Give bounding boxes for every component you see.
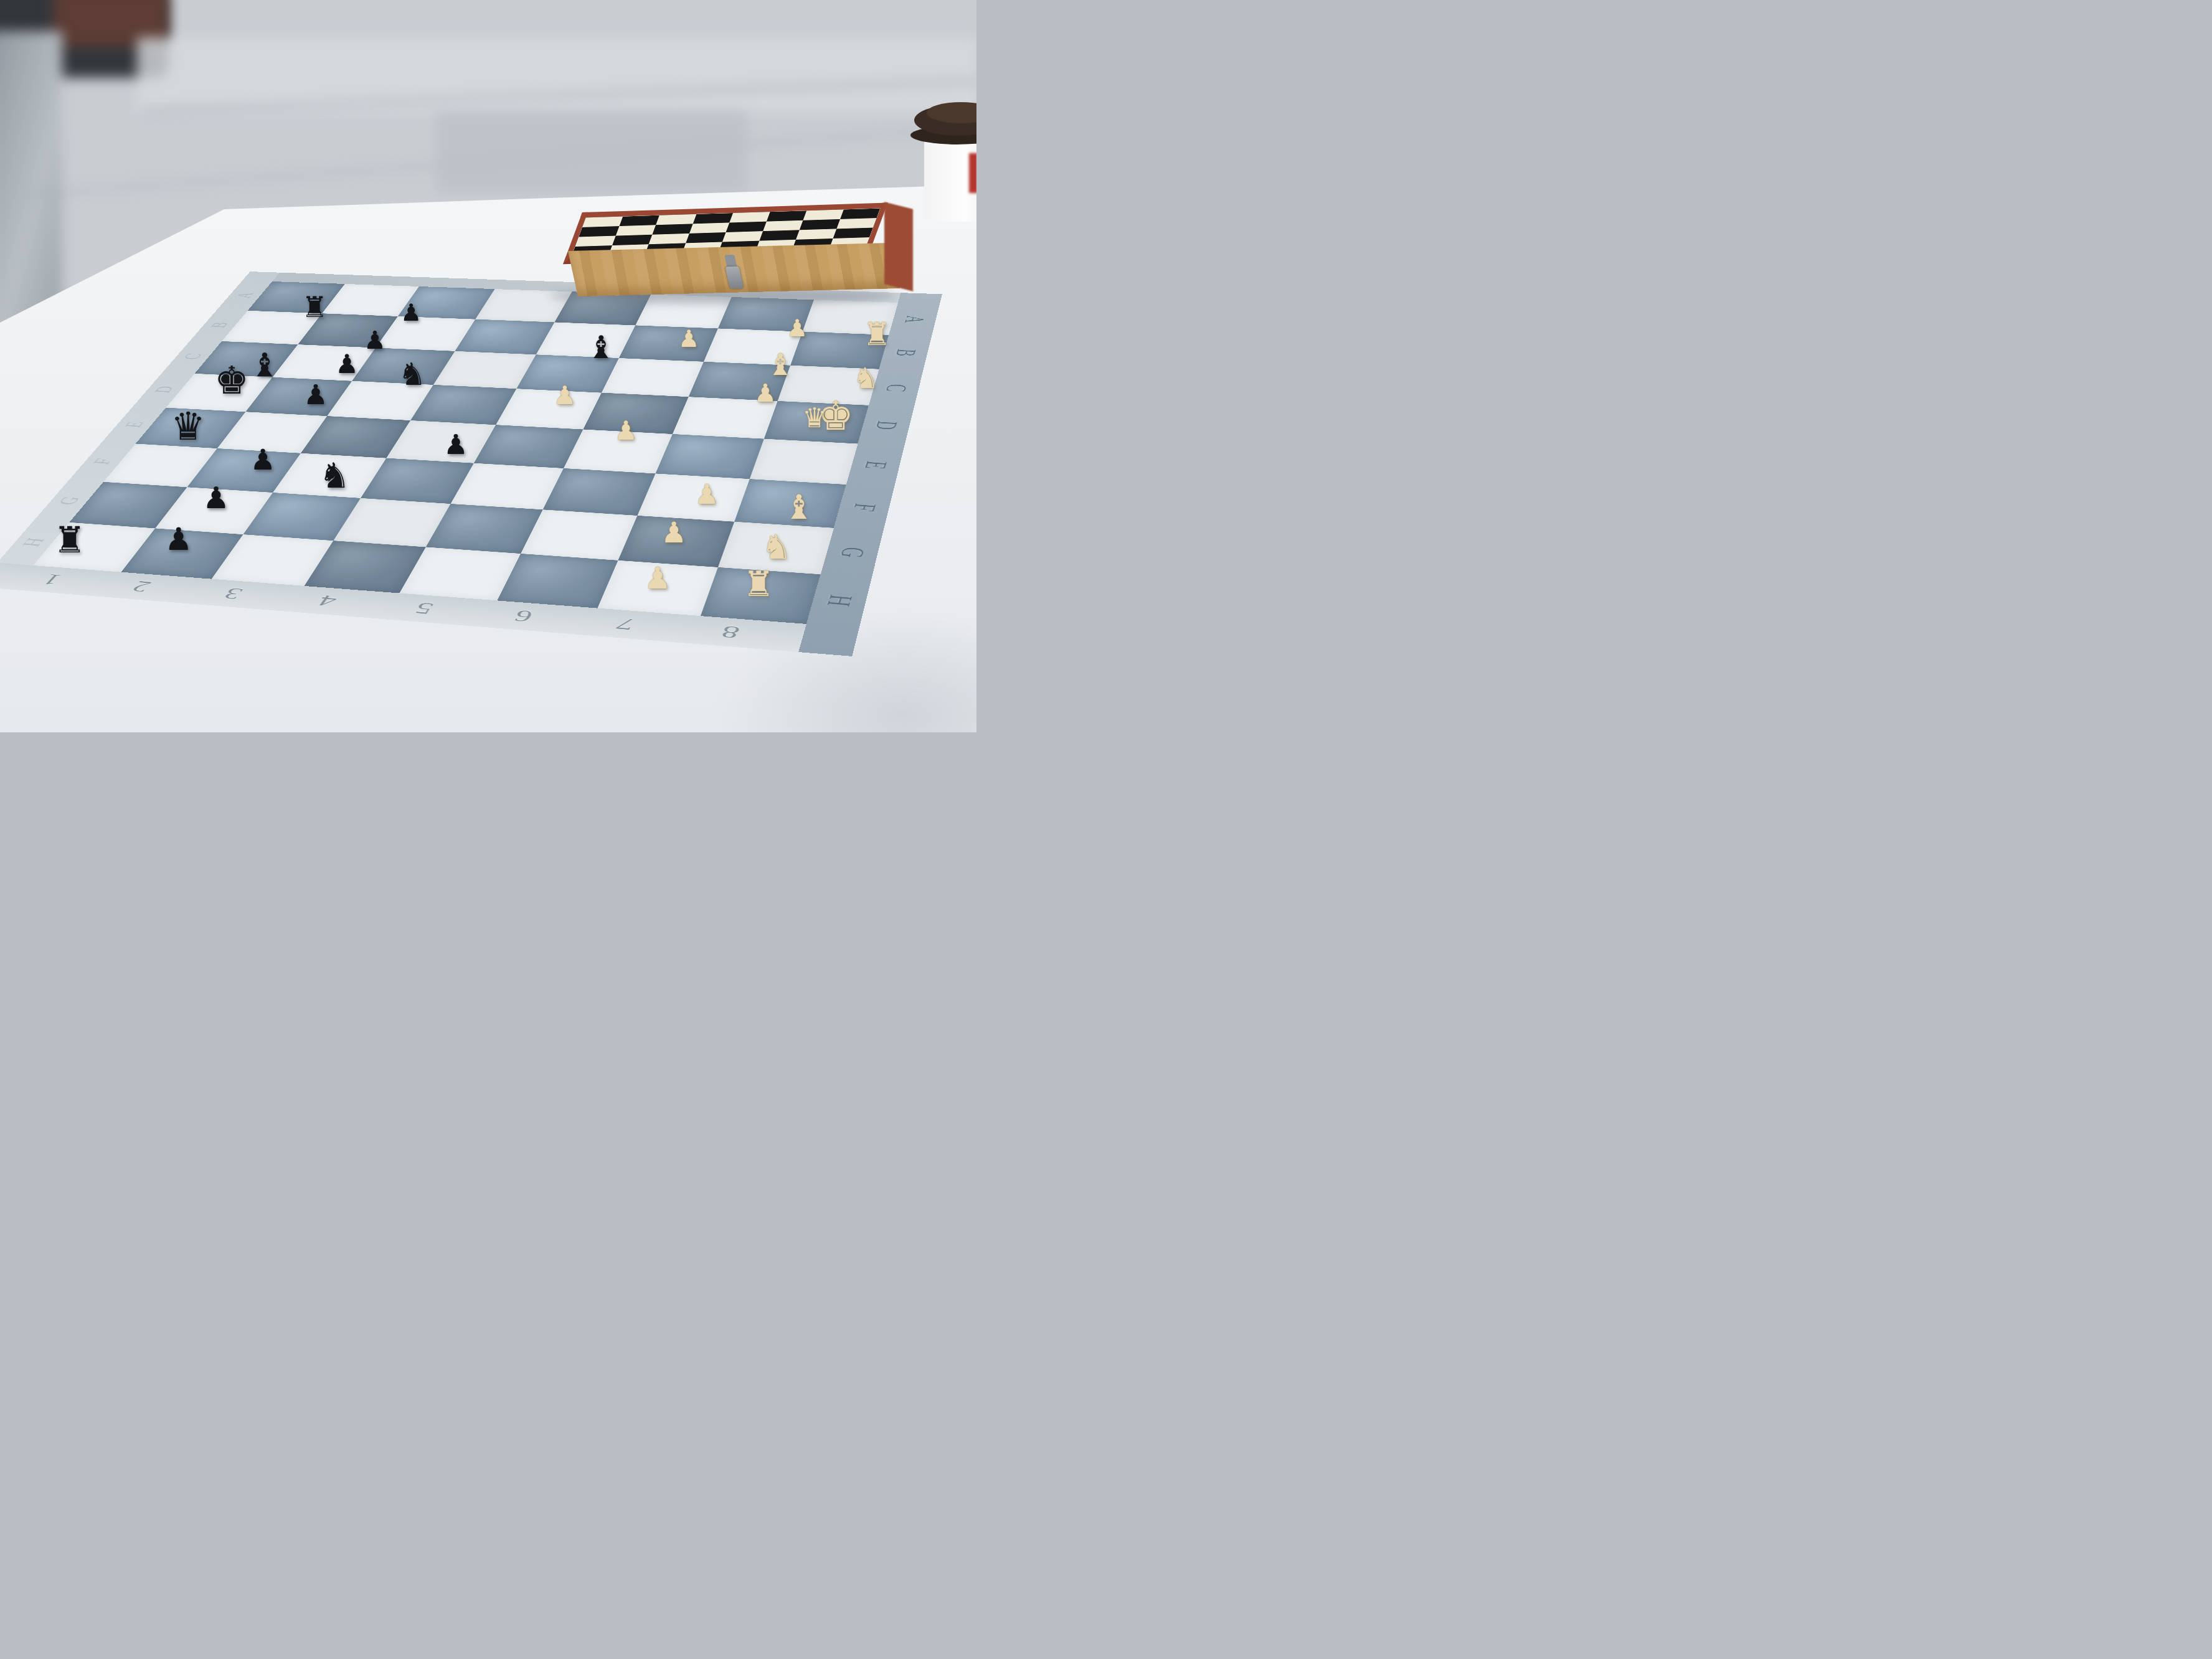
black-pawn-a2[interactable]: ♟ [400,301,422,324]
black-queen-f1[interactable]: ♛ [171,407,206,446]
rank-label-1: 1 [2,567,103,592]
concrete-patch [436,112,747,193]
white-pawn-d7[interactable]: ♟ [754,380,777,405]
rank-label-7: 7 [570,609,681,638]
black-pawn-h2[interactable]: ♟ [165,524,193,555]
square-c6[interactable] [602,358,704,397]
square-e8[interactable] [750,439,858,484]
white-pawn-e6[interactable]: ♟ [614,418,638,444]
white-pawn-h6[interactable]: ♟ [644,563,671,593]
stone-block [0,31,62,330]
black-rook-h1[interactable]: ♜ [54,522,86,558]
white-knight-g7[interactable]: ♞ [762,531,792,564]
rank-label-8: 8 [674,617,787,647]
white-rook-h7[interactable]: ♜ [743,567,774,602]
rank-label-5: 5 [371,594,479,622]
white-queen-e7[interactable]: ♛ [802,404,826,432]
square-f7[interactable] [637,473,749,521]
black-pawn-g2[interactable]: ♟ [202,483,229,513]
rank-label-6: 6 [469,602,579,630]
square-g6[interactable] [521,509,637,560]
black-knight-g3[interactable]: ♞ [319,458,350,493]
square-b6[interactable] [619,325,718,361]
rank-label-3: 3 [181,580,286,607]
white-bishop-f7[interactable]: ♝ [784,491,814,524]
white-pawn-g6[interactable]: ♟ [661,518,686,547]
black-pawn-d2[interactable]: ♟ [335,351,359,377]
white-bishop-c7[interactable]: ♝ [767,349,793,379]
white-rook-b8[interactable]: ♜ [863,319,891,350]
black-rook-a1[interactable]: ♜ [301,293,327,321]
black-pawn-e4[interactable]: ♟ [443,431,468,458]
coffee-cup-label [969,153,976,193]
chess-box-side [884,202,913,291]
square-e7[interactable] [656,434,764,479]
black-pawn-e2[interactable]: ♟ [303,381,328,409]
white-knight-c8[interactable]: ♞ [853,364,878,392]
white-pawn-b7[interactable]: ♟ [787,316,808,340]
white-pawn-d5[interactable]: ♟ [554,383,577,409]
black-bishop-c2[interactable]: ♝ [250,349,280,381]
photo-stage: ABCDEFGH 12345678 ABCDEFGH ♜♟♟♝♚♟♞♟♛♟♞♟♟… [0,0,976,732]
black-king-d1[interactable]: ♚ [214,361,249,400]
paver-band [137,37,976,112]
rank-label-4: 4 [275,587,381,615]
black-bishop-c5[interactable]: ♝ [587,332,615,363]
chess-box-front [568,243,900,296]
black-pawn-f2[interactable]: ♟ [250,445,275,474]
rank-label-2: 2 [90,573,194,599]
box-clasp-icon [725,267,744,289]
black-pawn-b2[interactable]: ♟ [364,328,386,352]
square-f6[interactable] [543,468,656,516]
white-pawn-f6[interactable]: ♟ [694,481,719,508]
white-pawn-b5[interactable]: ♟ [678,327,699,351]
black-knight-d3[interactable]: ♞ [399,359,427,390]
